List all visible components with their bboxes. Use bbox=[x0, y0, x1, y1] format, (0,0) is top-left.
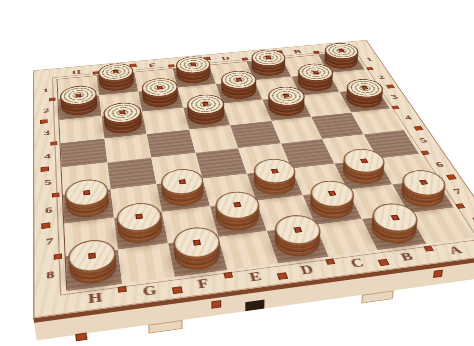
checker-piece-light[interactable] bbox=[270, 227, 324, 261]
assembly-tab bbox=[50, 141, 57, 146]
checker-piece-light[interactable] bbox=[213, 203, 263, 234]
center-square-mark-icon bbox=[420, 180, 429, 185]
center-square-mark-icon bbox=[136, 214, 144, 220]
board-foot bbox=[361, 290, 394, 303]
assembly-tab bbox=[40, 119, 48, 124]
assembly-tab bbox=[41, 222, 50, 229]
center-square-mark-icon bbox=[338, 49, 345, 52]
assembly-tab bbox=[223, 272, 233, 279]
assembly-tab bbox=[366, 67, 374, 70]
center-square-mark-icon bbox=[235, 78, 242, 82]
checker-piece-dark[interactable] bbox=[342, 90, 386, 111]
center-square-mark-icon bbox=[271, 168, 279, 173]
rank-label: 8 bbox=[34, 256, 67, 296]
checker-piece-dark[interactable] bbox=[186, 105, 227, 128]
center-square-mark-icon bbox=[178, 179, 186, 184]
checker-piece-light[interactable] bbox=[250, 170, 298, 198]
assembly-tab bbox=[172, 286, 183, 294]
checker-piece-light[interactable] bbox=[172, 239, 223, 274]
assembly-tab bbox=[41, 166, 50, 172]
assembly-tab bbox=[242, 57, 249, 60]
side-notch bbox=[245, 300, 264, 312]
assembly-tab bbox=[211, 300, 221, 309]
checker-piece-light[interactable] bbox=[160, 181, 206, 210]
center-square-mark-icon bbox=[202, 102, 209, 106]
checker-piece-light[interactable] bbox=[306, 192, 358, 222]
center-square-mark-icon bbox=[83, 190, 90, 195]
center-square-mark-icon bbox=[88, 252, 96, 259]
checker-piece-dark[interactable] bbox=[175, 67, 213, 86]
checker-piece-dark[interactable] bbox=[99, 74, 136, 94]
checker-piece-dark[interactable] bbox=[61, 97, 98, 119]
center-square-mark-icon bbox=[328, 191, 337, 196]
center-square-mark-icon bbox=[283, 94, 290, 98]
checkers-board: HHGGFFEEDDCCBBAA1122334455667788 bbox=[33, 40, 474, 318]
center-square-mark-icon bbox=[75, 93, 81, 97]
checker-piece-light[interactable] bbox=[69, 252, 118, 289]
checker-piece-dark[interactable] bbox=[219, 82, 259, 103]
center-square-mark-icon bbox=[390, 215, 399, 221]
checker-piece-light[interactable] bbox=[366, 215, 422, 248]
center-square-mark-icon bbox=[293, 227, 302, 233]
checker-piece-dark[interactable] bbox=[141, 89, 180, 110]
center-square-mark-icon bbox=[360, 158, 368, 163]
center-square-mark-icon bbox=[361, 86, 368, 90]
assembly-tab bbox=[325, 258, 335, 265]
assembly-tab bbox=[386, 84, 395, 88]
assembly-tab bbox=[277, 272, 289, 280]
corner-clip bbox=[75, 333, 87, 342]
center-square-mark-icon bbox=[234, 202, 242, 208]
assembly-tab bbox=[433, 270, 443, 278]
center-square-mark-icon bbox=[192, 239, 200, 245]
assembly-tab bbox=[54, 253, 63, 259]
center-square-mark-icon bbox=[156, 86, 162, 90]
checker-piece-dark[interactable] bbox=[265, 97, 308, 119]
assembly-tab bbox=[52, 192, 60, 197]
assembly-tab bbox=[313, 51, 320, 54]
board-square[interactable] bbox=[104, 134, 151, 163]
assembly-tab bbox=[49, 98, 56, 102]
checkers-photo-scene: HHGGFFEEDDCCBBAA1122334455667788 bbox=[0, 0, 474, 346]
center-square-mark-icon bbox=[312, 71, 319, 75]
assembly-tab bbox=[391, 106, 399, 110]
assembly-tab bbox=[118, 286, 127, 293]
center-square-mark-icon bbox=[119, 110, 125, 114]
center-square-mark-icon bbox=[113, 70, 119, 74]
board-foot bbox=[148, 320, 183, 334]
center-square-mark-icon bbox=[265, 56, 271, 59]
assembly-tab bbox=[168, 64, 175, 67]
checker-piece-light[interactable] bbox=[66, 191, 110, 221]
checker-piece-dark[interactable] bbox=[104, 114, 144, 137]
center-square-mark-icon bbox=[190, 63, 196, 66]
board-square[interactable] bbox=[147, 129, 195, 157]
checker-piece-light[interactable] bbox=[117, 214, 165, 247]
